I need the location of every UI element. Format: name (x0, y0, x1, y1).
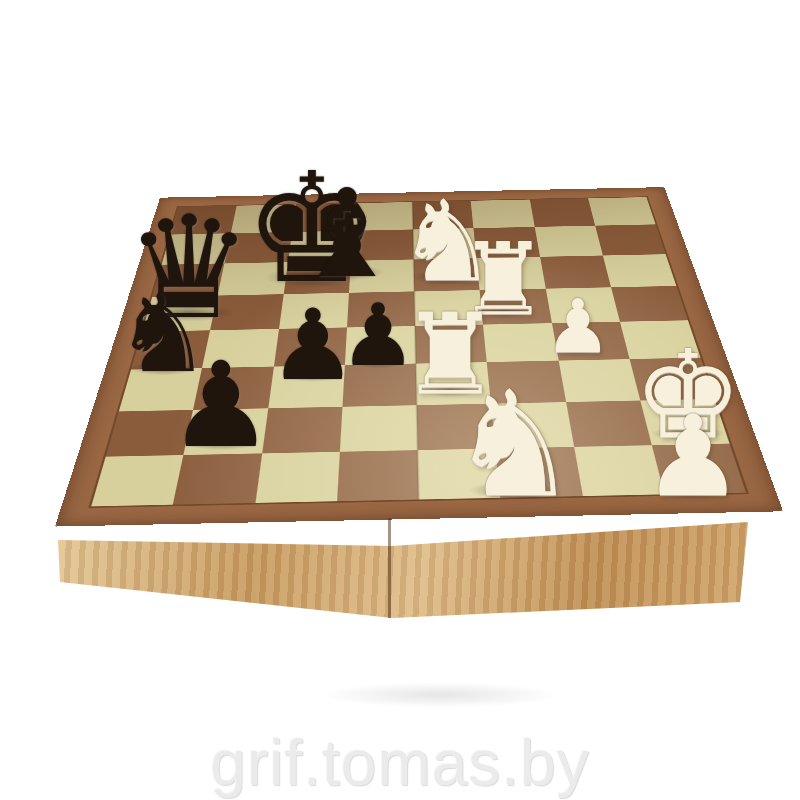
square (414, 258, 480, 291)
square (202, 329, 278, 368)
square (210, 294, 283, 330)
square (283, 261, 350, 294)
square (471, 200, 534, 229)
square (640, 399, 730, 445)
square (418, 448, 501, 499)
square (629, 358, 714, 400)
square (496, 447, 583, 498)
square (534, 226, 602, 257)
square (292, 203, 354, 232)
square (417, 403, 496, 450)
square (529, 198, 595, 227)
square (620, 320, 701, 359)
square (131, 330, 210, 369)
square (611, 286, 688, 322)
square (416, 362, 491, 405)
square (651, 443, 746, 494)
square (588, 197, 656, 226)
square (558, 359, 640, 402)
watermark-text: grif.tomas.by (0, 726, 800, 800)
square (413, 228, 477, 259)
square (345, 326, 416, 365)
square (412, 201, 473, 230)
square (347, 291, 415, 327)
square (152, 263, 224, 297)
board-tilt-wrapper (0, 0, 800, 800)
square (551, 322, 629, 361)
square (487, 361, 566, 404)
square (545, 287, 619, 323)
square (483, 323, 558, 362)
folding-hinge-seam (388, 518, 391, 618)
square (184, 408, 268, 455)
square (262, 406, 343, 453)
square (352, 202, 413, 231)
square (415, 325, 487, 364)
chess-board (55, 187, 783, 526)
square (340, 405, 418, 452)
square (349, 259, 415, 292)
square (595, 224, 666, 255)
square (231, 204, 295, 233)
square (225, 232, 292, 263)
squares-grid (91, 197, 746, 506)
square (566, 400, 652, 446)
square (574, 445, 665, 496)
square (414, 290, 483, 326)
square (119, 368, 202, 411)
square (170, 206, 237, 235)
square (477, 257, 546, 290)
square (337, 450, 419, 501)
square (91, 455, 183, 507)
square (162, 233, 231, 264)
square (603, 254, 677, 287)
square (491, 402, 573, 449)
square (193, 367, 273, 410)
square (273, 327, 346, 366)
square (279, 293, 349, 329)
board-floor-shadow (320, 682, 560, 708)
square (474, 227, 540, 258)
product-photo-scene: ♚♝♛♞♜♟♟♟♞♜♟♚♞♟ grif.tomas.by (0, 0, 800, 800)
square (351, 230, 414, 261)
square (255, 452, 340, 503)
square (142, 295, 218, 331)
square (268, 365, 345, 408)
square (480, 289, 552, 325)
square (106, 410, 194, 457)
square (540, 255, 611, 288)
square (218, 262, 288, 296)
square (342, 364, 416, 407)
square (288, 231, 353, 262)
square (173, 453, 262, 504)
